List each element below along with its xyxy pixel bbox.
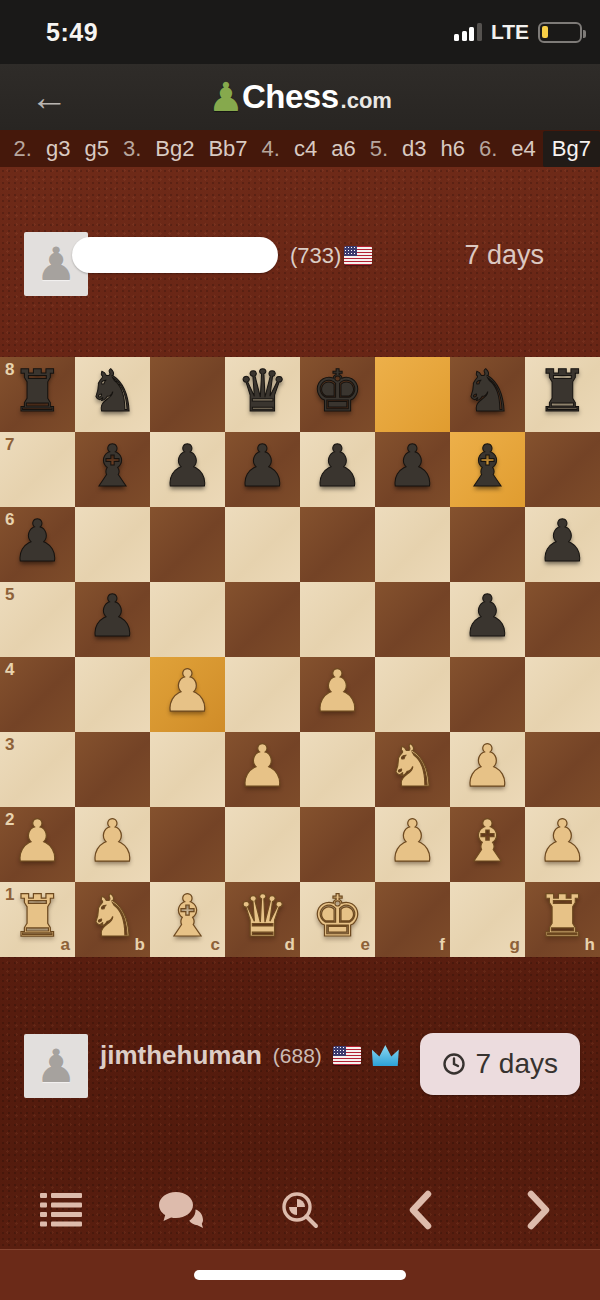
move-token[interactable]: Bg7: [543, 131, 600, 167]
move-token[interactable]: 2.: [7, 132, 39, 166]
move-token[interactable]: c4: [287, 132, 324, 166]
app-header: ← ♟ Chess .com: [0, 64, 600, 130]
home-indicator[interactable]: [194, 1270, 406, 1280]
signal-strength-icon: [454, 23, 482, 41]
black-pawn-a6[interactable]: ♟: [12, 504, 64, 579]
file-label: g: [510, 935, 520, 955]
square-g2[interactable]: ♝: [450, 807, 525, 882]
square-c7[interactable]: ♟: [150, 432, 225, 507]
app-screen: 5:49 LTE ← ♟ Chess .com 52.g3g53.Bg2Bb74…: [0, 0, 600, 1300]
player-time-chip: 7 days: [420, 1033, 581, 1095]
square-h5[interactable]: [525, 582, 600, 657]
black-rook-a8[interactable]: ♜: [12, 354, 64, 429]
white-pawn-g3[interactable]: ♟: [462, 729, 514, 804]
square-a7[interactable]: 7: [0, 432, 75, 507]
black-bishop-g7[interactable]: ♝: [462, 429, 514, 504]
square-g5[interactable]: ♟: [450, 582, 525, 657]
player-info-row[interactable]: jimthehuman (688): [100, 1040, 399, 1071]
move-token[interactable]: d3: [395, 132, 433, 166]
square-b8[interactable]: ♞: [75, 357, 150, 432]
status-icons: LTE: [454, 20, 582, 44]
player-avatar[interactable]: ♟: [24, 1034, 88, 1098]
us-flag-icon: [344, 246, 372, 265]
white-pawn-c4[interactable]: ♟: [162, 654, 214, 729]
square-e4[interactable]: ♟: [300, 657, 375, 732]
square-h4[interactable]: [525, 657, 600, 732]
square-f3[interactable]: ♞: [375, 732, 450, 807]
white-pawn-a2[interactable]: ♟: [12, 804, 64, 879]
white-pawn-d3[interactable]: ♟: [237, 729, 289, 804]
square-b3[interactable]: [75, 732, 150, 807]
square-f7[interactable]: ♟: [375, 432, 450, 507]
black-pawn-g5[interactable]: ♟: [462, 579, 514, 654]
square-e1[interactable]: e♚: [300, 882, 375, 957]
battery-icon: [538, 22, 582, 43]
square-f8[interactable]: [375, 357, 450, 432]
opponent-time-remaining: 7 days: [464, 240, 544, 271]
square-b5[interactable]: ♟: [75, 582, 150, 657]
square-g1[interactable]: g: [450, 882, 525, 957]
white-knight-f3[interactable]: ♞: [387, 729, 439, 804]
white-bishop-c1[interactable]: ♝: [162, 879, 214, 954]
black-rook-h8[interactable]: ♜: [537, 354, 589, 429]
square-d1[interactable]: d♛: [225, 882, 300, 957]
chess-board[interactable]: 8♜♞♛♚♞♜7♝♟♟♟♟♝6♟♟5♟♟4♟♟3♟♞♟2♟♟♟♝♟1a♜b♞c♝…: [0, 357, 600, 957]
chat-button[interactable]: [156, 1185, 206, 1235]
square-d2[interactable]: [225, 807, 300, 882]
square-c6[interactable]: [150, 507, 225, 582]
opponent-rating: (733): [290, 243, 341, 269]
square-h8[interactable]: ♜: [525, 357, 600, 432]
square-a2[interactable]: 2♟: [0, 807, 75, 882]
network-type-label: LTE: [491, 20, 529, 44]
square-g4[interactable]: [450, 657, 525, 732]
black-pawn-b5[interactable]: ♟: [87, 579, 139, 654]
white-pawn-b2[interactable]: ♟: [87, 804, 139, 879]
player-time-remaining: 7 days: [476, 1048, 559, 1080]
square-e7[interactable]: ♟: [300, 432, 375, 507]
square-d3[interactable]: ♟: [225, 732, 300, 807]
black-pawn-d7[interactable]: ♟: [237, 429, 289, 504]
black-pawn-e7[interactable]: ♟: [312, 429, 364, 504]
move-token[interactable]: a6: [324, 132, 362, 166]
white-pawn-e4[interactable]: ♟: [312, 654, 364, 729]
square-d4[interactable]: [225, 657, 300, 732]
black-knight-g8[interactable]: ♞: [462, 354, 514, 429]
square-h3[interactable]: [525, 732, 600, 807]
white-queen-d1[interactable]: ♛: [237, 879, 289, 954]
square-h6[interactable]: ♟: [525, 507, 600, 582]
square-b1[interactable]: b♞: [75, 882, 150, 957]
move-token[interactable]: 5.: [363, 132, 395, 166]
chesscom-logo: ♟ Chess .com: [0, 64, 600, 130]
move-token[interactable]: h6: [434, 132, 472, 166]
white-rook-a1[interactable]: ♜: [12, 879, 64, 954]
clock-icon: [442, 1052, 466, 1076]
square-e6[interactable]: [300, 507, 375, 582]
square-b4[interactable]: [75, 657, 150, 732]
opponent-name-redacted[interactable]: [72, 237, 278, 273]
logo-pawn-icon: ♟: [208, 77, 244, 117]
player-username: jimthehuman: [100, 1040, 262, 1071]
move-token[interactable]: 5: [0, 132, 7, 166]
moves-list-button[interactable]: [36, 1185, 86, 1235]
square-e2[interactable]: [300, 807, 375, 882]
analysis-button[interactable]: [275, 1185, 325, 1235]
white-rook-h1[interactable]: ♜: [537, 879, 589, 954]
square-g3[interactable]: ♟: [450, 732, 525, 807]
square-d6[interactable]: [225, 507, 300, 582]
move-token[interactable]: 6.: [472, 132, 504, 166]
chevron-left-icon: [407, 1190, 433, 1230]
move-token[interactable]: g3: [39, 132, 77, 166]
logo-text: Chess: [242, 78, 339, 116]
square-f4[interactable]: [375, 657, 450, 732]
square-a3[interactable]: 3: [0, 732, 75, 807]
square-c2[interactable]: [150, 807, 225, 882]
square-e5[interactable]: [300, 582, 375, 657]
rank-label: 7: [5, 435, 14, 455]
file-label: f: [439, 935, 445, 955]
square-g8[interactable]: ♞: [450, 357, 525, 432]
bottom-toolbar: [0, 1180, 600, 1240]
black-pawn-c7[interactable]: ♟: [162, 429, 214, 504]
logo-tld: .com: [341, 88, 392, 114]
white-king-e1[interactable]: ♚: [312, 879, 364, 954]
square-f2[interactable]: ♟: [375, 807, 450, 882]
list-icon: [40, 1193, 82, 1227]
square-c3[interactable]: [150, 732, 225, 807]
move-token[interactable]: 3.: [116, 132, 148, 166]
square-f6[interactable]: [375, 507, 450, 582]
player-rating: (688): [273, 1044, 322, 1068]
black-pawn-f7[interactable]: ♟: [387, 429, 439, 504]
square-h7[interactable]: [525, 432, 600, 507]
avatar-pawn-icon: ♟: [35, 1039, 76, 1093]
square-g7[interactable]: ♝: [450, 432, 525, 507]
square-c1[interactable]: c♝: [150, 882, 225, 957]
square-a6[interactable]: 6♟: [0, 507, 75, 582]
white-pawn-f2[interactable]: ♟: [387, 804, 439, 879]
membership-crown-icon: [372, 1045, 399, 1066]
previous-move-button[interactable]: [395, 1185, 445, 1235]
chevron-right-icon: [526, 1190, 552, 1230]
square-h2[interactable]: ♟: [525, 807, 600, 882]
black-pawn-h6[interactable]: ♟: [537, 504, 589, 579]
black-knight-b8[interactable]: ♞: [87, 354, 139, 429]
square-d8[interactable]: ♛: [225, 357, 300, 432]
move-token[interactable]: g5: [77, 132, 115, 166]
white-knight-b1[interactable]: ♞: [87, 879, 139, 954]
black-king-e8[interactable]: ♚: [312, 354, 364, 429]
square-a8[interactable]: 8♜: [0, 357, 75, 432]
square-c5[interactable]: [150, 582, 225, 657]
clock-time: 5:49: [46, 18, 98, 47]
square-c8[interactable]: [150, 357, 225, 432]
square-f5[interactable]: [375, 582, 450, 657]
move-token[interactable]: 4.: [255, 132, 287, 166]
chat-bubbles-icon: [159, 1192, 203, 1228]
square-b2[interactable]: ♟: [75, 807, 150, 882]
square-e3[interactable]: [300, 732, 375, 807]
square-h1[interactable]: h♜: [525, 882, 600, 957]
black-bishop-b7[interactable]: ♝: [87, 429, 139, 504]
status-bar: 5:49 LTE: [0, 0, 600, 64]
black-queen-d8[interactable]: ♛: [237, 354, 289, 429]
move-token[interactable]: e4: [504, 132, 542, 166]
square-f1[interactable]: f: [375, 882, 450, 957]
move-list-bar: 52.g3g53.Bg2Bb74.c4a65.d3h66.e4Bg7: [0, 130, 600, 167]
white-bishop-g2[interactable]: ♝: [462, 804, 514, 879]
square-e8[interactable]: ♚: [300, 357, 375, 432]
square-a5[interactable]: 5: [0, 582, 75, 657]
us-flag-icon: [333, 1046, 361, 1065]
square-a4[interactable]: 4: [0, 657, 75, 732]
square-b6[interactable]: [75, 507, 150, 582]
square-d7[interactable]: ♟: [225, 432, 300, 507]
move-token[interactable]: Bb7: [201, 132, 254, 166]
square-b7[interactable]: ♝: [75, 432, 150, 507]
rank-label: 4: [5, 660, 14, 680]
rank-label: 3: [5, 735, 14, 755]
move-token[interactable]: Bg2: [148, 132, 201, 166]
avatar-pawn-icon: ♟: [35, 237, 76, 291]
magnifier-board-icon: [280, 1190, 320, 1230]
white-pawn-h2[interactable]: ♟: [537, 804, 589, 879]
square-d5[interactable]: [225, 582, 300, 657]
rank-label: 5: [5, 585, 14, 605]
square-g6[interactable]: [450, 507, 525, 582]
square-c4[interactable]: ♟: [150, 657, 225, 732]
square-a1[interactable]: 1a♜: [0, 882, 75, 957]
next-move-button[interactable]: [514, 1185, 564, 1235]
